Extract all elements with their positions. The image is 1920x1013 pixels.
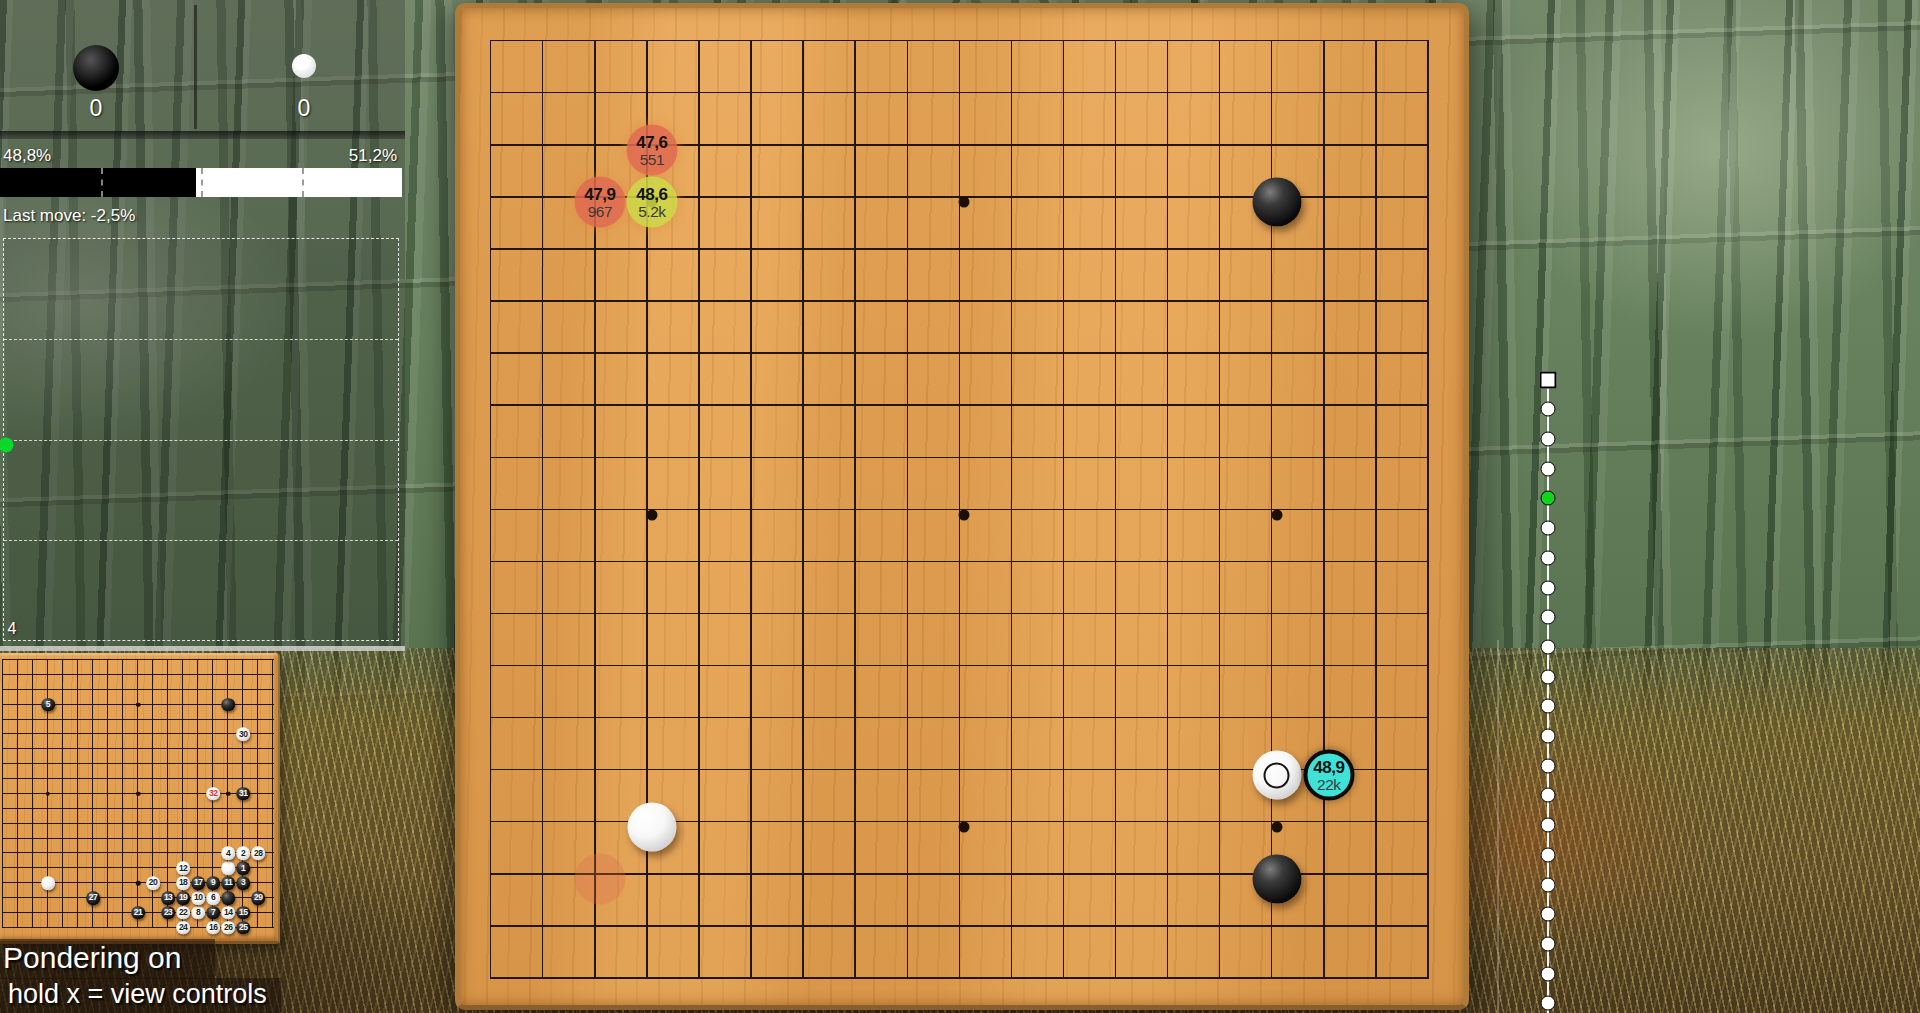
stone-R6: 2 xyxy=(236,847,250,861)
graph-move-number: 4 xyxy=(8,620,17,638)
tree-node[interactable] xyxy=(1541,758,1556,773)
stone-Q4: 11 xyxy=(221,876,235,890)
tree-node[interactable] xyxy=(1541,580,1556,595)
move-number: 7 xyxy=(211,908,215,917)
move-tree xyxy=(1540,0,1557,1013)
tree-node[interactable] xyxy=(1541,639,1556,654)
stone-R5: 1 xyxy=(236,861,250,875)
tree-node[interactable] xyxy=(1541,521,1556,536)
white-captures-stone-icon xyxy=(292,54,316,78)
move-number: 1 xyxy=(241,864,245,873)
candidate-winrate: 48,9 xyxy=(1313,758,1344,776)
move-number: 23 xyxy=(164,908,172,917)
tree-node[interactable] xyxy=(1541,432,1556,447)
move-number: 3 xyxy=(241,879,245,888)
winrate-quarter-mark xyxy=(302,168,304,197)
move-number: 14 xyxy=(224,908,232,917)
stone-N4: 18 xyxy=(176,876,190,890)
candidate-move-D16[interactable]: 48,65.2k xyxy=(626,177,677,228)
stone-N1: 24 xyxy=(176,921,190,935)
tree-node[interactable] xyxy=(1541,550,1556,565)
tree-node[interactable] xyxy=(1541,907,1556,922)
graph-gridline-25 xyxy=(4,339,398,340)
move-number: 13 xyxy=(164,893,172,902)
tree-node[interactable] xyxy=(1541,847,1556,862)
star-point xyxy=(136,881,141,886)
white-captures-count: 0 xyxy=(264,95,344,122)
candidate-visits: 22k xyxy=(1317,776,1341,792)
winrate-bar-black-segment xyxy=(0,168,196,197)
stone-N5: 12 xyxy=(176,861,190,875)
star-point xyxy=(1271,822,1282,833)
move-number: 10 xyxy=(194,893,202,902)
stone-P3: 6 xyxy=(206,891,220,905)
tree-node[interactable] xyxy=(1541,966,1556,981)
move-number: 2 xyxy=(241,849,245,858)
captures-divider xyxy=(194,5,197,129)
main-go-board[interactable]: 47,655147,996748,65.2k48,922k xyxy=(455,3,1469,1010)
black-captures-stone-icon xyxy=(73,45,119,91)
stone-P1: 16 xyxy=(206,921,220,935)
star-point xyxy=(136,702,141,707)
tree-node[interactable] xyxy=(1541,729,1556,744)
stone-D4 xyxy=(627,803,676,852)
move-number: 21 xyxy=(134,908,142,917)
stone-R14: 30 xyxy=(236,728,250,742)
star-point xyxy=(646,509,657,520)
candidate-winrate: 47,9 xyxy=(584,185,615,203)
move-number: 16 xyxy=(209,923,217,932)
tree-node[interactable] xyxy=(1541,461,1556,476)
stone-M3: 13 xyxy=(161,891,175,905)
black-winrate-label: 48,8% xyxy=(3,146,51,166)
black-captures-count: 0 xyxy=(56,95,136,122)
move-number: 27 xyxy=(89,893,97,902)
candidate-move-D17[interactable]: 47,6551 xyxy=(626,125,677,176)
candidate-move-C3[interactable] xyxy=(574,854,625,905)
tree-node[interactable] xyxy=(1541,936,1556,951)
star-point xyxy=(959,822,970,833)
stone-N3: 19 xyxy=(176,891,190,905)
stone-Q3 xyxy=(221,891,235,905)
variation-preview-board[interactable]: 1234567891011121314151617181920212223242… xyxy=(0,653,280,944)
graph-gridline-50 xyxy=(4,440,398,441)
star-point xyxy=(136,792,141,797)
pondering-status: Pondering on xyxy=(0,939,215,979)
tree-root-node[interactable] xyxy=(1540,372,1557,389)
stone-Q1: 26 xyxy=(221,921,235,935)
stone-Q3 xyxy=(1252,855,1301,904)
tree-node[interactable] xyxy=(1541,669,1556,684)
move-number: 26 xyxy=(224,923,232,932)
winrate-graph[interactable]: 4 xyxy=(3,238,399,641)
tree-node[interactable] xyxy=(1541,996,1556,1011)
move-number: 6 xyxy=(211,893,215,902)
winrate-quarter-mark xyxy=(101,168,103,197)
tree-node[interactable] xyxy=(1541,877,1556,892)
candidate-visits: 551 xyxy=(640,151,664,167)
last-move-delta: Last move: -2,5% xyxy=(3,206,135,226)
move-number: 8 xyxy=(196,908,200,917)
controls-hint: hold x = view controls xyxy=(0,978,281,1013)
stone-O3: 10 xyxy=(191,891,205,905)
star-point xyxy=(1271,509,1282,520)
panel-separator-line xyxy=(1497,640,1499,1013)
current-move-marker xyxy=(0,438,13,453)
star-point xyxy=(46,792,51,797)
move-number: 11 xyxy=(224,879,232,888)
stone-R4: 3 xyxy=(236,876,250,890)
stone-M2: 23 xyxy=(161,906,175,920)
move-number: 28 xyxy=(254,849,262,858)
stone-P4: 9 xyxy=(206,876,220,890)
move-number: 4 xyxy=(226,849,230,858)
stone-S6: 28 xyxy=(251,847,265,861)
stone-S3: 29 xyxy=(251,891,265,905)
stone-Q5 xyxy=(221,861,235,875)
white-winrate-label: 51,2% xyxy=(349,146,397,166)
stone-N2: 22 xyxy=(176,906,190,920)
winrate-bar xyxy=(0,168,402,197)
candidate-visits: 967 xyxy=(588,203,612,219)
tree-node[interactable] xyxy=(1541,699,1556,714)
move-number: 20 xyxy=(149,879,157,888)
stone-R10: 31 xyxy=(236,787,250,801)
candidate-move-C16[interactable]: 47,9967 xyxy=(574,177,625,228)
winrate-half-mark xyxy=(201,168,203,197)
stone-O10: 32 xyxy=(206,787,220,801)
stone-Q6: 4 xyxy=(221,847,235,861)
tree-node[interactable] xyxy=(1541,788,1556,803)
candidate-move-R5[interactable]: 48,922k xyxy=(1303,750,1354,801)
move-number: 18 xyxy=(179,879,187,888)
move-number: 25 xyxy=(239,923,247,932)
move-number: 24 xyxy=(179,923,187,932)
stone-D4 xyxy=(41,876,55,890)
star-point xyxy=(959,197,970,208)
stone-Q16 xyxy=(1252,178,1301,227)
stone-R2: 15 xyxy=(236,906,250,920)
star-point xyxy=(959,509,970,520)
star-point xyxy=(226,792,231,797)
tree-node[interactable] xyxy=(1541,610,1556,625)
stone-G3: 27 xyxy=(86,891,100,905)
move-number: 29 xyxy=(254,893,262,902)
move-number: 30 xyxy=(239,730,247,739)
tree-node[interactable] xyxy=(1541,402,1556,417)
candidate-winrate: 48,6 xyxy=(636,185,667,203)
move-number: 5 xyxy=(46,700,50,709)
stone-K2: 21 xyxy=(131,906,145,920)
tree-node-current[interactable] xyxy=(1541,491,1556,506)
move-number: 17 xyxy=(194,879,202,888)
move-number: 9 xyxy=(211,879,215,888)
stone-Q2: 14 xyxy=(221,906,235,920)
tree-node[interactable] xyxy=(1541,818,1556,833)
move-number: 31 xyxy=(239,789,247,798)
move-number: 15 xyxy=(239,908,247,917)
move-number: 12 xyxy=(179,864,187,873)
stone-O2: 8 xyxy=(191,906,205,920)
move-number: 19 xyxy=(179,893,187,902)
stone-R1: 25 xyxy=(236,921,250,935)
move-number: 22 xyxy=(179,908,187,917)
stone-P2: 7 xyxy=(206,906,220,920)
graph-gridline-75 xyxy=(4,540,398,541)
candidate-visits: 5.2k xyxy=(638,203,665,219)
candidate-winrate: 47,6 xyxy=(636,133,667,151)
stone-Q16 xyxy=(221,698,235,712)
move-number: 32 xyxy=(209,789,217,798)
section-divider xyxy=(0,131,405,139)
stone-O4: 17 xyxy=(191,876,205,890)
analysis-panel: 0 0 48,8% 51,2% Last move: -2,5% 4 xyxy=(0,0,405,651)
last-move-marker xyxy=(1264,762,1290,788)
stone-Q5 xyxy=(1252,751,1301,800)
stone-D16: 5 xyxy=(41,698,55,712)
stone-L4: 20 xyxy=(146,876,160,890)
